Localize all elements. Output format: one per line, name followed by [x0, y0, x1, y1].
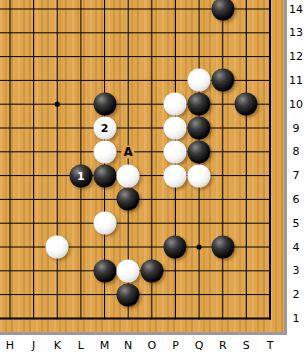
row-label-2: 2: [285, 287, 307, 302]
move-number-label: 2: [101, 123, 109, 134]
column-label-L: L: [72, 338, 90, 353]
column-label-T: T: [261, 338, 279, 353]
stone-black-R4[interactable]: [211, 236, 234, 259]
stone-black-Q10[interactable]: [188, 93, 211, 116]
stone-black-N6[interactable]: [117, 188, 140, 211]
board-letter-A[interactable]: A: [122, 145, 135, 158]
row-label-12: 12: [285, 49, 307, 64]
stone-black-P4[interactable]: [164, 236, 187, 259]
row-label-7: 7: [285, 168, 307, 183]
stone-white-M8[interactable]: [93, 140, 116, 163]
column-label-Q: Q: [190, 338, 208, 353]
stone-white-M5[interactable]: [93, 212, 116, 235]
column-label-M: M: [96, 338, 114, 353]
column-label-J: J: [25, 338, 43, 353]
stone-black-S10[interactable]: [235, 93, 258, 116]
stone-black-M10[interactable]: [93, 93, 116, 116]
stone-white-P7[interactable]: [164, 164, 187, 187]
stone-black-M3[interactable]: [93, 259, 116, 282]
row-label-11: 11: [285, 73, 307, 88]
move-number-label: 1: [77, 170, 85, 181]
row-label-5: 5: [285, 216, 307, 231]
row-label-6: 6: [285, 192, 307, 207]
star-point: [55, 102, 60, 107]
stone-black-N2[interactable]: [117, 283, 140, 306]
stone-white-N3[interactable]: [117, 259, 140, 282]
stone-white-Q7[interactable]: [188, 164, 211, 187]
column-label-N: N: [119, 338, 137, 353]
stone-black-R11[interactable]: [211, 69, 234, 92]
column-label-K: K: [48, 338, 66, 353]
stone-white-P8[interactable]: [164, 140, 187, 163]
stone-white-N7[interactable]: [117, 164, 140, 187]
row-label-1: 1: [285, 311, 307, 326]
row-label-13: 13: [285, 25, 307, 40]
column-label-R: R: [214, 338, 232, 353]
go-diagram: 12 A HJKLMNOPQRST 1413121110987654321: [0, 0, 308, 356]
stone-black-L7[interactable]: 1: [69, 164, 92, 187]
column-label-S: S: [237, 338, 255, 353]
star-point: [196, 244, 201, 249]
stone-white-K4[interactable]: [46, 236, 69, 259]
go-board[interactable]: 12 A: [0, 0, 287, 335]
row-label-14: 14: [285, 2, 307, 17]
stone-black-Q9[interactable]: [188, 117, 211, 140]
column-label-O: O: [143, 338, 161, 353]
row-label-10: 10: [285, 97, 307, 112]
column-label-P: P: [166, 338, 184, 353]
stone-black-M7[interactable]: [93, 164, 116, 187]
row-label-4: 4: [285, 240, 307, 255]
row-label-9: 9: [285, 121, 307, 136]
stone-white-P9[interactable]: [164, 117, 187, 140]
stone-white-M9[interactable]: 2: [93, 117, 116, 140]
stone-black-Q8[interactable]: [188, 140, 211, 163]
stone-white-P10[interactable]: [164, 93, 187, 116]
row-label-3: 3: [285, 263, 307, 278]
column-label-H: H: [1, 338, 19, 353]
stone-white-Q11[interactable]: [188, 69, 211, 92]
stone-black-O3[interactable]: [140, 259, 163, 282]
board-grid: [0, 0, 284, 332]
row-label-8: 8: [285, 144, 307, 159]
